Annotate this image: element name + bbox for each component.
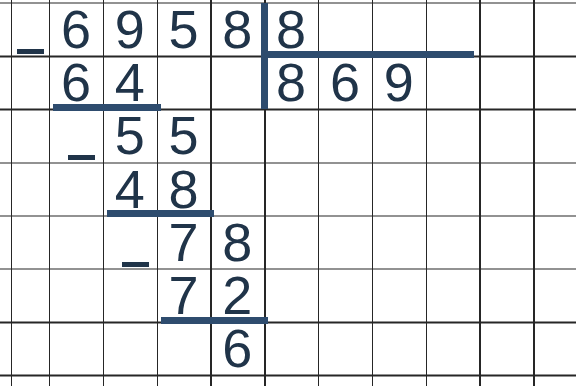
digit-cell-r3c3: 8 bbox=[157, 162, 211, 215]
digit-cell-r1c7: 9 bbox=[372, 56, 426, 109]
digit-cell-r0c5: 8 bbox=[264, 3, 318, 56]
subtraction-rule-3 bbox=[161, 317, 269, 324]
digit-cell-r0c1: 6 bbox=[49, 3, 103, 56]
subtraction-rule-1 bbox=[53, 104, 161, 111]
minus-sign bbox=[17, 49, 44, 54]
digit-cell-r1c2: 4 bbox=[103, 56, 157, 109]
digit-cell-r0c2: 9 bbox=[103, 3, 157, 56]
minus-sign bbox=[68, 155, 95, 160]
digit-cell-r1c1: 6 bbox=[49, 56, 103, 109]
long-division-worksheet: 6958864869554878726 bbox=[0, 0, 576, 386]
quotient-rule bbox=[261, 51, 474, 58]
digit-cell-r0c3: 5 bbox=[157, 3, 211, 56]
digit-cell-r2c2: 5 bbox=[103, 109, 157, 162]
subtraction-rule-2 bbox=[107, 210, 215, 217]
digit-cell-r4c4: 8 bbox=[210, 215, 264, 268]
digit-cell-r6c4: 6 bbox=[210, 322, 264, 375]
digit-cell-r3c2: 4 bbox=[103, 162, 157, 215]
digit-cell-r1c5: 8 bbox=[264, 56, 318, 109]
digit-cell-r5c3: 7 bbox=[157, 269, 211, 322]
digit-cell-r1c6: 6 bbox=[318, 56, 372, 109]
digit-cell-r2c3: 5 bbox=[157, 109, 211, 162]
minus-sign bbox=[122, 262, 149, 267]
digit-cell-r0c4: 8 bbox=[210, 3, 264, 56]
digit-cell-r4c3: 7 bbox=[157, 215, 211, 268]
division-grid: 6958864869554878726 bbox=[0, 0, 576, 386]
digit-cell-r5c4: 2 bbox=[210, 269, 264, 322]
